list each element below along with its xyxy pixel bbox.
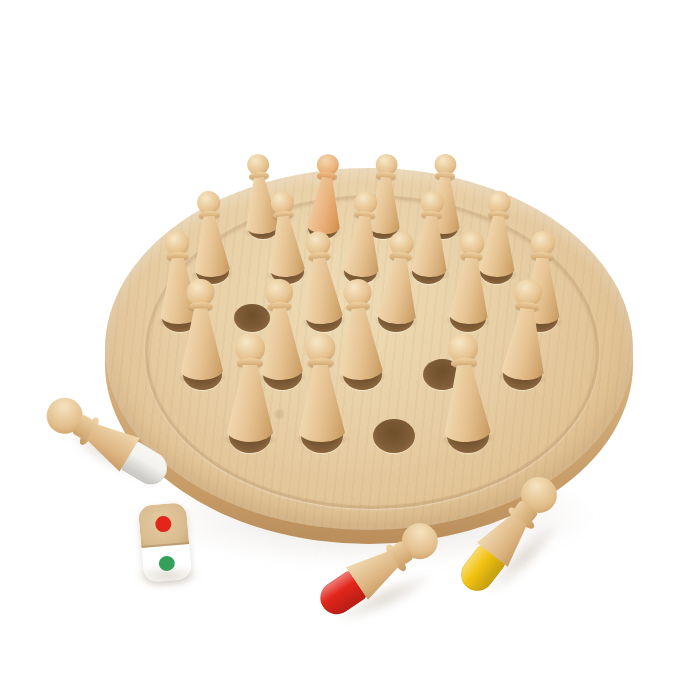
die-front-face <box>141 544 192 583</box>
peg-body <box>440 363 492 443</box>
peg-body <box>179 308 224 380</box>
peg-body <box>448 257 491 325</box>
empty-hole[interactable] <box>373 419 415 453</box>
standing-peg[interactable] <box>376 230 422 326</box>
peg-body <box>500 307 549 382</box>
standing-peg[interactable] <box>438 332 492 443</box>
standing-peg[interactable] <box>226 333 274 442</box>
peg-body <box>226 365 274 442</box>
standing-peg[interactable] <box>342 190 385 278</box>
standing-peg[interactable] <box>500 278 551 382</box>
peg-body <box>376 257 421 326</box>
peg-body <box>306 176 344 235</box>
standing-peg[interactable] <box>306 153 345 235</box>
die-dot-green <box>158 555 175 571</box>
peg-body <box>297 364 346 442</box>
standing-peg[interactable] <box>448 230 493 325</box>
die-top-face <box>138 502 189 548</box>
color-die[interactable] <box>138 502 193 583</box>
product-photo-scene <box>0 0 700 700</box>
standing-peg[interactable] <box>178 279 224 381</box>
standing-peg[interactable] <box>296 333 346 443</box>
die-dot-red <box>155 515 172 532</box>
peg-body <box>342 215 383 278</box>
